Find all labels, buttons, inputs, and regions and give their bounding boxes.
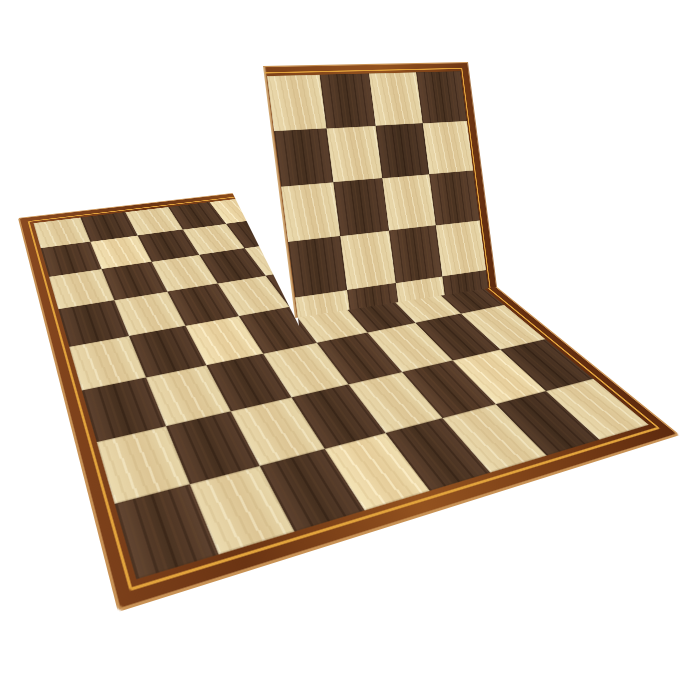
light-square	[340, 231, 396, 290]
light-square	[326, 126, 382, 182]
dark-square	[274, 128, 333, 186]
light-square	[382, 174, 435, 230]
dark-square	[416, 71, 467, 123]
product-photo-scene	[0, 0, 700, 700]
dark-square	[288, 236, 347, 297]
light-square	[267, 75, 326, 132]
dark-square	[333, 178, 389, 236]
folded-chessboard-half	[263, 62, 497, 318]
dark-square	[389, 225, 442, 283]
light-square	[369, 72, 423, 125]
light-square	[281, 182, 340, 242]
light-square	[435, 220, 486, 276]
dark-square	[319, 73, 375, 128]
light-square	[422, 121, 473, 174]
chessboard-grid	[267, 71, 497, 318]
dark-square	[376, 123, 429, 178]
dark-square	[429, 171, 480, 226]
